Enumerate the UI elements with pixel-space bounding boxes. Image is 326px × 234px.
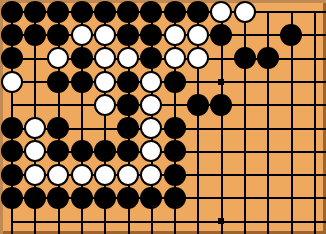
board-intersection[interactable] xyxy=(93,210,116,233)
black-stone xyxy=(1,1,23,23)
board-intersection[interactable] xyxy=(256,116,279,139)
board-intersection[interactable] xyxy=(140,186,163,209)
board-intersection[interactable] xyxy=(47,186,70,209)
black-stone xyxy=(94,187,116,209)
board-intersection[interactable] xyxy=(233,116,256,139)
board-intersection[interactable] xyxy=(116,23,139,46)
white-stone xyxy=(117,47,139,69)
board-intersection[interactable] xyxy=(70,210,93,233)
black-stone xyxy=(71,71,93,93)
black-stone xyxy=(24,1,46,23)
board-intersection[interactable] xyxy=(70,47,93,70)
board-intersection[interactable] xyxy=(140,163,163,186)
board-intersection[interactable] xyxy=(93,140,116,163)
black-stone xyxy=(1,164,23,186)
board-intersection[interactable] xyxy=(256,47,279,70)
board-intersection[interactable] xyxy=(256,210,279,233)
board-intersection[interactable] xyxy=(210,93,233,116)
board-intersection[interactable] xyxy=(210,186,233,209)
board-intersection[interactable] xyxy=(70,163,93,186)
board-intersection[interactable] xyxy=(256,23,279,46)
board-intersection[interactable] xyxy=(116,186,139,209)
board-intersection[interactable] xyxy=(0,186,23,209)
board-intersection[interactable] xyxy=(163,0,186,23)
black-stone xyxy=(210,24,232,46)
board-intersection[interactable] xyxy=(303,163,326,186)
board-intersection[interactable] xyxy=(163,70,186,93)
black-stone xyxy=(140,24,162,46)
board-intersection[interactable] xyxy=(0,47,23,70)
board-intersection[interactable] xyxy=(163,163,186,186)
board-intersection[interactable] xyxy=(93,116,116,139)
board-intersection[interactable] xyxy=(47,23,70,46)
board-intersection[interactable] xyxy=(233,93,256,116)
black-stone xyxy=(1,187,23,209)
white-stone xyxy=(94,71,116,93)
board-intersection[interactable] xyxy=(0,70,23,93)
board-intersection[interactable] xyxy=(0,0,23,23)
board-intersection[interactable] xyxy=(116,47,139,70)
board-intersection[interactable] xyxy=(280,116,303,139)
board-intersection[interactable] xyxy=(0,23,23,46)
board-intersection[interactable] xyxy=(70,0,93,23)
black-stone xyxy=(47,71,69,93)
board-intersection[interactable] xyxy=(47,210,70,233)
board-intersection[interactable] xyxy=(303,186,326,209)
board-intersection[interactable] xyxy=(47,116,70,139)
board-intersection[interactable] xyxy=(303,140,326,163)
board-intersection[interactable] xyxy=(256,163,279,186)
black-stone xyxy=(1,24,23,46)
white-stone xyxy=(140,140,162,162)
board-intersection[interactable] xyxy=(70,140,93,163)
black-stone xyxy=(117,140,139,162)
board-intersection[interactable] xyxy=(23,140,46,163)
board-intersection[interactable] xyxy=(280,70,303,93)
white-stone xyxy=(140,94,162,116)
white-stone xyxy=(164,24,186,46)
white-stone xyxy=(71,164,93,186)
board-intersection[interactable] xyxy=(280,140,303,163)
black-stone xyxy=(117,71,139,93)
board-intersection[interactable] xyxy=(210,0,233,23)
board-intersection[interactable] xyxy=(233,70,256,93)
board-intersection[interactable] xyxy=(23,70,46,93)
black-stone xyxy=(71,1,93,23)
go-board[interactable] xyxy=(0,0,326,234)
board-intersection[interactable] xyxy=(0,140,23,163)
board-intersection[interactable] xyxy=(280,23,303,46)
white-stone xyxy=(71,24,93,46)
board-intersection[interactable] xyxy=(93,93,116,116)
board-intersection[interactable] xyxy=(256,93,279,116)
board-intersection[interactable] xyxy=(23,47,46,70)
black-stone xyxy=(24,24,46,46)
board-intersection[interactable] xyxy=(186,186,209,209)
board-intersection[interactable] xyxy=(47,163,70,186)
board-intersection[interactable] xyxy=(210,163,233,186)
board-intersection[interactable] xyxy=(303,116,326,139)
white-stone xyxy=(24,117,46,139)
board-intersection[interactable] xyxy=(93,70,116,93)
white-stone xyxy=(1,71,23,93)
black-stone xyxy=(1,140,23,162)
white-stone xyxy=(210,1,232,23)
board-intersection[interactable] xyxy=(210,140,233,163)
black-stone xyxy=(47,1,69,23)
board-intersection[interactable] xyxy=(140,93,163,116)
board-intersection[interactable] xyxy=(163,210,186,233)
board-intersection[interactable] xyxy=(186,116,209,139)
board-intersection[interactable] xyxy=(93,186,116,209)
white-stone xyxy=(47,164,69,186)
board-intersection[interactable] xyxy=(186,163,209,186)
board-intersection[interactable] xyxy=(23,0,46,23)
board-intersection[interactable] xyxy=(233,0,256,23)
white-stone xyxy=(164,47,186,69)
board-intersection[interactable] xyxy=(303,210,326,233)
white-stone xyxy=(187,47,209,69)
board-intersection[interactable] xyxy=(303,93,326,116)
star-point xyxy=(218,218,224,224)
black-stone xyxy=(117,117,139,139)
board-intersection[interactable] xyxy=(186,70,209,93)
board-intersection[interactable] xyxy=(233,23,256,46)
star-point xyxy=(218,79,224,85)
black-stone xyxy=(210,94,232,116)
black-stone xyxy=(71,47,93,69)
board-intersection[interactable] xyxy=(116,0,139,23)
board-intersection[interactable] xyxy=(233,47,256,70)
board-intersection[interactable] xyxy=(140,116,163,139)
white-stone xyxy=(140,117,162,139)
board-intersection[interactable] xyxy=(47,47,70,70)
board-intersection[interactable] xyxy=(116,70,139,93)
board-intersection[interactable] xyxy=(303,47,326,70)
board-intersection[interactable] xyxy=(210,23,233,46)
black-stone xyxy=(187,94,209,116)
black-stone xyxy=(1,47,23,69)
black-stone xyxy=(47,140,69,162)
board-intersection[interactable] xyxy=(116,210,139,233)
black-stone xyxy=(164,187,186,209)
black-stone xyxy=(140,1,162,23)
black-stone xyxy=(117,94,139,116)
black-stone xyxy=(94,1,116,23)
black-stone xyxy=(164,1,186,23)
white-stone xyxy=(234,1,256,23)
board-intersection[interactable] xyxy=(256,140,279,163)
board-intersection[interactable] xyxy=(23,93,46,116)
board-intersection[interactable] xyxy=(93,47,116,70)
board-intersection[interactable] xyxy=(70,93,93,116)
board-intersection[interactable] xyxy=(116,93,139,116)
board-intersection[interactable] xyxy=(70,23,93,46)
board-intersection[interactable] xyxy=(93,163,116,186)
board-intersection[interactable] xyxy=(303,70,326,93)
board-intersection[interactable] xyxy=(210,47,233,70)
black-stone xyxy=(140,47,162,69)
board-intersection[interactable] xyxy=(140,70,163,93)
board-intersection[interactable] xyxy=(0,93,23,116)
white-stone xyxy=(94,94,116,116)
board-intersection[interactable] xyxy=(280,186,303,209)
board-intersection[interactable] xyxy=(210,116,233,139)
board-intersection[interactable] xyxy=(186,93,209,116)
board-intersection[interactable] xyxy=(186,210,209,233)
board-intersection[interactable] xyxy=(280,93,303,116)
board-intersection[interactable] xyxy=(186,23,209,46)
board-intersection[interactable] xyxy=(280,0,303,23)
board-intersection[interactable] xyxy=(23,210,46,233)
board-intersection[interactable] xyxy=(23,23,46,46)
board-intersection[interactable] xyxy=(70,70,93,93)
board-intersection[interactable] xyxy=(140,210,163,233)
black-stone xyxy=(164,140,186,162)
black-stone xyxy=(257,47,279,69)
black-stone xyxy=(164,164,186,186)
board-intersection[interactable] xyxy=(116,116,139,139)
board-stones-layer xyxy=(0,0,326,233)
white-stone xyxy=(24,164,46,186)
black-stone xyxy=(47,187,69,209)
board-intersection[interactable] xyxy=(163,186,186,209)
board-intersection[interactable] xyxy=(0,116,23,139)
board-intersection[interactable] xyxy=(210,210,233,233)
black-stone xyxy=(94,140,116,162)
board-intersection[interactable] xyxy=(140,47,163,70)
board-intersection[interactable] xyxy=(47,140,70,163)
board-intersection[interactable] xyxy=(0,210,23,233)
board-intersection[interactable] xyxy=(233,186,256,209)
white-stone xyxy=(187,24,209,46)
board-intersection[interactable] xyxy=(116,140,139,163)
black-stone xyxy=(234,47,256,69)
board-intersection[interactable] xyxy=(47,0,70,23)
black-stone xyxy=(24,187,46,209)
board-intersection[interactable] xyxy=(23,186,46,209)
black-stone xyxy=(164,71,186,93)
black-stone xyxy=(140,187,162,209)
white-stone xyxy=(47,47,69,69)
board-intersection[interactable] xyxy=(186,47,209,70)
board-intersection[interactable] xyxy=(140,140,163,163)
board-intersection[interactable] xyxy=(233,210,256,233)
board-intersection[interactable] xyxy=(303,0,326,23)
black-stone xyxy=(71,187,93,209)
board-intersection[interactable] xyxy=(163,47,186,70)
black-stone xyxy=(187,1,209,23)
black-stone xyxy=(117,187,139,209)
board-intersection[interactable] xyxy=(280,210,303,233)
board-intersection[interactable] xyxy=(70,186,93,209)
board-intersection[interactable] xyxy=(186,140,209,163)
board-intersection[interactable] xyxy=(233,163,256,186)
black-stone xyxy=(71,140,93,162)
board-intersection[interactable] xyxy=(140,23,163,46)
white-stone xyxy=(140,164,162,186)
board-intersection[interactable] xyxy=(280,47,303,70)
black-stone xyxy=(1,117,23,139)
board-intersection[interactable] xyxy=(163,23,186,46)
black-stone xyxy=(164,117,186,139)
board-intersection[interactable] xyxy=(116,163,139,186)
white-stone xyxy=(117,164,139,186)
board-intersection[interactable] xyxy=(23,116,46,139)
black-stone xyxy=(117,1,139,23)
board-intersection[interactable] xyxy=(0,163,23,186)
board-intersection[interactable] xyxy=(210,70,233,93)
board-intersection[interactable] xyxy=(93,0,116,23)
board-intersection[interactable] xyxy=(256,186,279,209)
white-stone xyxy=(140,71,162,93)
board-intersection[interactable] xyxy=(93,23,116,46)
board-intersection[interactable] xyxy=(23,163,46,186)
black-stone xyxy=(47,117,69,139)
white-stone xyxy=(94,47,116,69)
board-intersection[interactable] xyxy=(303,23,326,46)
white-stone xyxy=(94,164,116,186)
board-intersection[interactable] xyxy=(280,163,303,186)
board-intersection[interactable] xyxy=(70,116,93,139)
white-stone xyxy=(24,140,46,162)
board-intersection[interactable] xyxy=(140,0,163,23)
board-intersection[interactable] xyxy=(163,116,186,139)
board-intersection[interactable] xyxy=(163,140,186,163)
board-intersection[interactable] xyxy=(186,0,209,23)
board-intersection[interactable] xyxy=(256,70,279,93)
board-intersection[interactable] xyxy=(163,93,186,116)
board-intersection[interactable] xyxy=(233,140,256,163)
board-intersection[interactable] xyxy=(47,70,70,93)
white-stone xyxy=(94,24,116,46)
black-stone xyxy=(117,24,139,46)
black-stone xyxy=(47,24,69,46)
board-intersection[interactable] xyxy=(256,0,279,23)
black-stone xyxy=(280,24,302,46)
board-intersection[interactable] xyxy=(47,93,70,116)
